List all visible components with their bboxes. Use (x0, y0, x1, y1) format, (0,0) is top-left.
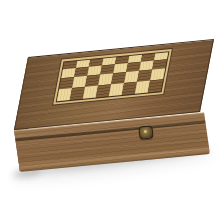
board-square-r4c8 (148, 79, 163, 92)
latch-highlight (144, 130, 147, 133)
product-photo (0, 0, 222, 222)
chessboard (57, 52, 168, 101)
latch-clasp-icon (138, 125, 153, 139)
dark-pinstripe (56, 51, 170, 102)
